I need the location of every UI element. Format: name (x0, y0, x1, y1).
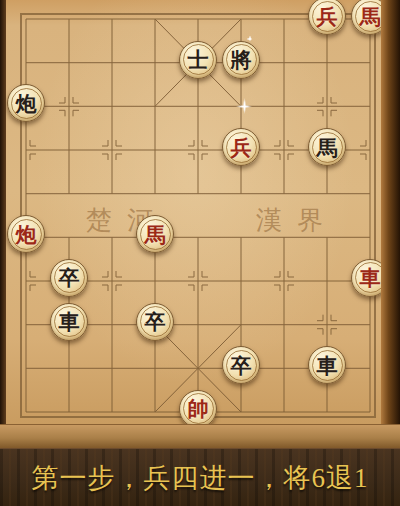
piece-character: 車 (317, 355, 338, 376)
red-soldier-piece[interactable]: 兵 (222, 128, 260, 166)
black-soldier-piece[interactable]: 卒 (50, 259, 88, 297)
board-front-bevel (0, 424, 400, 449)
black-cannon-piece[interactable]: 炮 (7, 84, 45, 122)
black-chariot-piece[interactable]: 車 (308, 346, 346, 384)
piece-character: 車 (59, 312, 80, 333)
piece-character: 兵 (231, 137, 252, 158)
solution-caption-bar: 第一步，兵四进一，将6退1 (0, 448, 400, 506)
black-chariot-piece[interactable]: 車 (50, 303, 88, 341)
piece-character: 卒 (231, 355, 252, 376)
piece-character: 車 (360, 268, 381, 289)
board-edge-right (381, 0, 400, 448)
piece-character: 將 (231, 50, 252, 71)
black-soldier-piece[interactable]: 卒 (136, 303, 174, 341)
piece-character: 卒 (145, 312, 166, 333)
red-general-piece[interactable]: 帥 (179, 390, 217, 428)
solution-caption-text: 第一步，兵四进一，将6退1 (32, 460, 369, 496)
piece-character: 卒 (59, 268, 80, 289)
piece-character: 炮 (16, 93, 37, 114)
piece-character: 馬 (360, 6, 381, 27)
red-horse-piece[interactable]: 馬 (136, 215, 174, 253)
board-edge-left (0, 0, 6, 448)
piece-character: 士 (188, 50, 209, 71)
red-cannon-piece[interactable]: 炮 (7, 215, 45, 253)
xiangqi-app-screen: 楚河 漢界 兵馬士將炮兵馬炮馬卒車車卒卒車帥 第一步，兵四进一，将6退1 (0, 0, 400, 506)
black-horse-piece[interactable]: 馬 (308, 128, 346, 166)
piece-character: 帥 (188, 399, 209, 420)
black-soldier-piece[interactable]: 卒 (222, 346, 260, 384)
piece-character: 馬 (145, 224, 166, 245)
piece-grid[interactable]: 兵馬士將炮兵馬炮馬卒車車卒卒車帥 (5, 0, 392, 434)
black-general-piece[interactable]: 將 (222, 41, 260, 79)
piece-character: 馬 (317, 137, 338, 158)
red-soldier-piece[interactable]: 兵 (308, 0, 346, 35)
black-advisor-piece[interactable]: 士 (179, 41, 217, 79)
piece-character: 兵 (317, 6, 338, 27)
piece-character: 炮 (16, 224, 37, 245)
